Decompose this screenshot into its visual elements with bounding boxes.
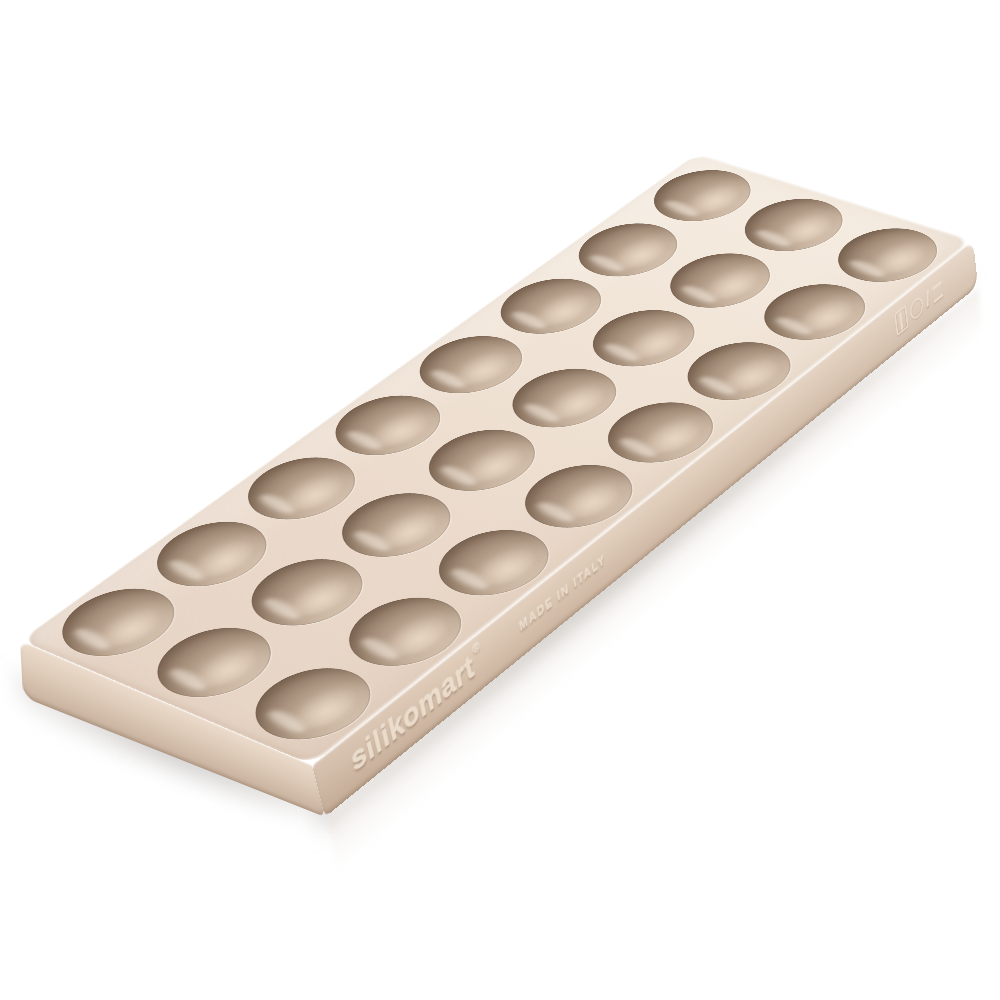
certification-circle-icon — [909, 294, 924, 323]
temperature-bars-icon — [932, 280, 943, 303]
glass-fork-box-icon — [894, 305, 908, 337]
registered-trademark: ® — [471, 639, 481, 657]
product-scene: silikomart® MADE IN ITALY / — [0, 0, 1000, 1000]
slash-icon: / — [925, 289, 931, 310]
